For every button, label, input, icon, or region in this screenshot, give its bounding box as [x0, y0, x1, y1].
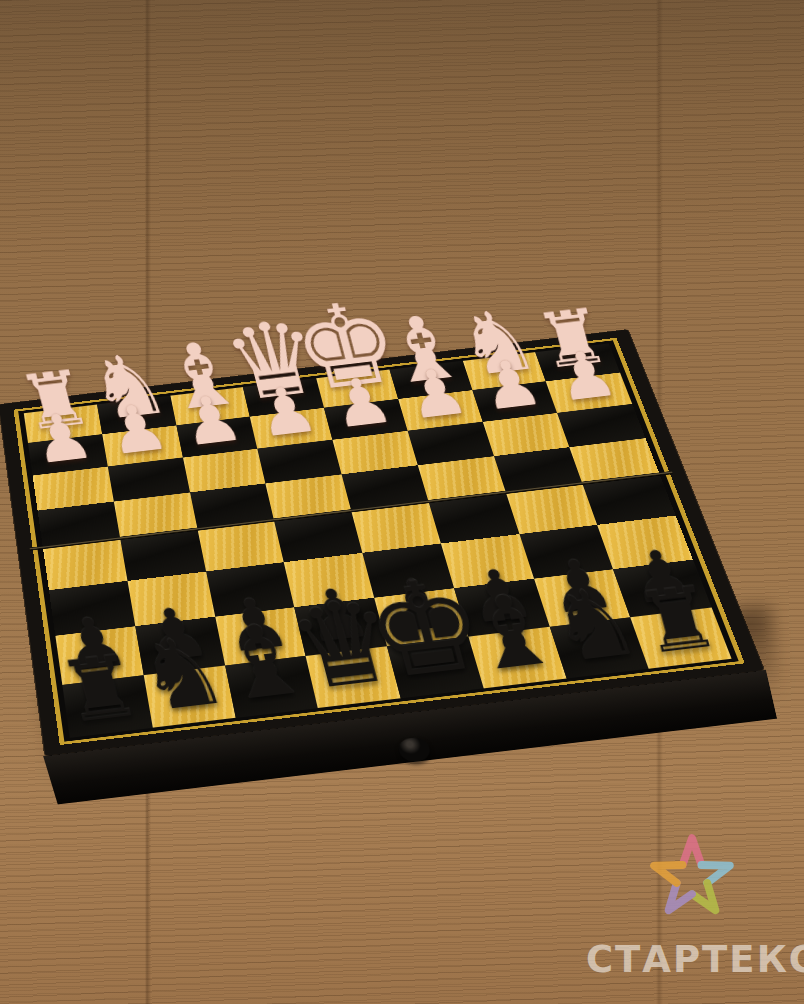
square-h1: ♜ — [630, 608, 731, 669]
square-h7: ♟ — [546, 372, 632, 412]
chess-board: ♜♞♝♛♚♝♞♜♟♟♟♟♟♟♟♟♟♟♟♟♟♟♟♟♜♞♝♛♚♝♞♜ — [0, 330, 764, 756]
watermark-star-icon — [640, 826, 744, 930]
product-photo: ♜♞♝♛♚♝♞♜♟♟♟♟♟♟♟♟♟♟♟♟♟♟♟♟♜♞♝♛♚♝♞♜ СТАРТЕК… — [0, 0, 804, 1004]
board-frame: ♜♞♝♛♚♝♞♜♟♟♟♟♟♟♟♟♟♟♟♟♟♟♟♟♜♞♝♛♚♝♞♜ — [14, 338, 745, 745]
board-clasp — [396, 736, 432, 763]
watermark-text: СТАРТЕКС — [552, 938, 804, 981]
board-scene: ♜♞♝♛♚♝♞♜♟♟♟♟♟♟♟♟♟♟♟♟♟♟♟♟♜♞♝♛♚♝♞♜ — [0, 241, 804, 854]
piece-white-pawn: ♟ — [518, 337, 655, 415]
board-perspective-wrapper: ♜♞♝♛♚♝♞♜♟♟♟♟♟♟♟♟♟♟♟♟♟♟♟♟♜♞♝♛♚♝♞♜ — [0, 256, 789, 849]
piece-black-rook: ♜ — [601, 570, 755, 669]
board-grid: ♜♞♝♛♚♝♞♜♟♟♟♟♟♟♟♟♟♟♟♟♟♟♟♟♜♞♝♛♚♝♞♜ — [24, 343, 732, 737]
